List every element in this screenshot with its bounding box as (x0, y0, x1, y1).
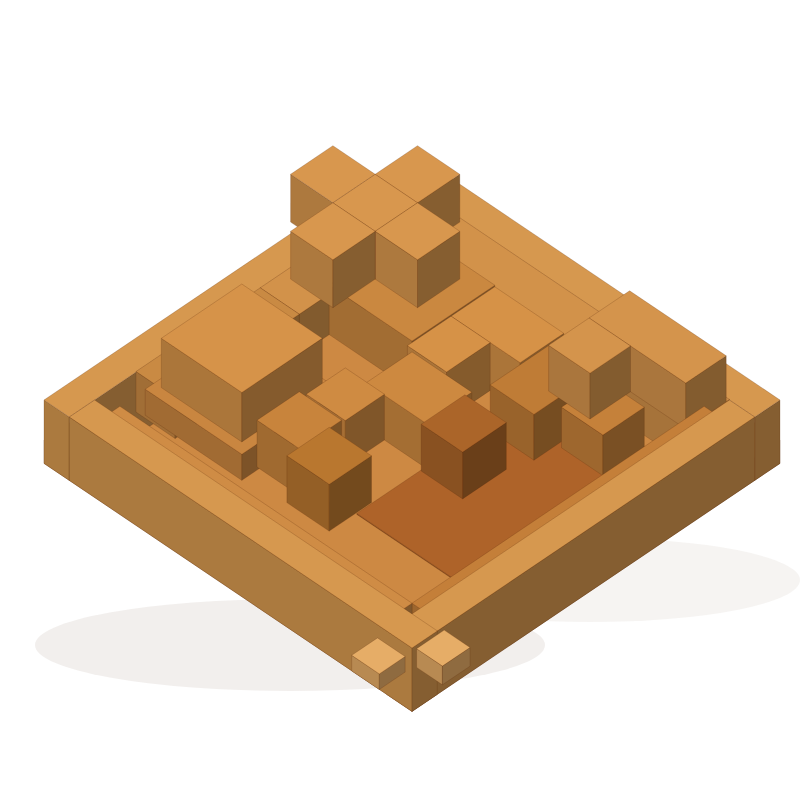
wooden-tray-puzzle-board (0, 0, 800, 800)
puzzle-photo-scene (0, 0, 800, 800)
